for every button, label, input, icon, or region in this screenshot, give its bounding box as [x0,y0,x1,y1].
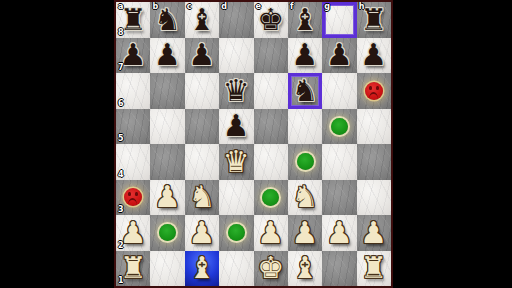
square-a8[interactable]: ♜a8 [116,2,150,38]
chess-board: ♜a8♞b♝cd♚e♝fg♜h♟7♟♟♟♟♟6♛♞5♟4♛3♟♞♞♟2♟♟♟♟♟… [114,0,393,288]
app-screen: ♜a8♞b♝cd♚e♝fg♜h♟7♟♟♟♟♟6♛♞5♟4♛3♟♞♞♟2♟♟♟♟♟… [0,0,512,288]
square-h2[interactable]: ♟ [357,215,391,251]
file-label-g: g [324,3,330,11]
square-e7[interactable] [254,38,288,74]
square-e8[interactable]: ♚e [254,2,288,38]
file-label-h: h [359,3,365,11]
square-a6[interactable]: 6 [116,73,150,109]
safe-move-dot-b2 [159,224,176,241]
square-h5[interactable] [357,109,391,145]
white-knight-c3: ♞ [188,182,215,212]
rank-label-7: 7 [118,64,124,72]
square-g5[interactable] [322,109,356,145]
square-f2[interactable]: ♟ [288,215,322,251]
square-a2[interactable]: ♟2 [116,215,150,251]
face-eye [128,192,131,196]
rank-label-6: 6 [118,100,124,108]
rank-label-8: 8 [118,29,124,37]
white-pawn-e2: ♟ [257,218,284,248]
square-c6[interactable] [185,73,219,109]
white-bishop-c1: ♝ [188,253,215,283]
square-h1[interactable]: ♜ [357,251,391,287]
square-h4[interactable] [357,144,391,180]
chess-board-grid: ♜a8♞b♝cd♚e♝fg♜h♟7♟♟♟♟♟6♛♞5♟4♛3♟♞♞♟2♟♟♟♟♟… [116,2,391,286]
square-c7[interactable]: ♟ [185,38,219,74]
face-eye [376,86,379,90]
file-label-a: a [118,3,123,11]
square-g1[interactable] [322,251,356,287]
square-g6[interactable] [322,73,356,109]
square-b4[interactable] [150,144,184,180]
black-pawn-d5: ♟ [223,111,250,141]
black-pawn-f7: ♟ [292,40,319,70]
square-a5[interactable]: 5 [116,109,150,145]
face-eye [369,86,372,90]
square-e3[interactable] [254,180,288,216]
square-c3[interactable]: ♞ [185,180,219,216]
letterbox-right [393,0,512,288]
safe-move-dot-d2 [228,224,245,241]
black-queen-d6: ♛ [223,76,250,106]
square-e2[interactable]: ♟ [254,215,288,251]
black-knight-b8: ♞ [154,5,181,35]
square-c5[interactable] [185,109,219,145]
square-c1[interactable]: ♝ [185,251,219,287]
square-d3[interactable] [219,180,253,216]
square-a1[interactable]: ♜1 [116,251,150,287]
square-b6[interactable] [150,73,184,109]
black-bishop-c8: ♝ [188,5,215,35]
square-a4[interactable]: 4 [116,144,150,180]
square-a7[interactable]: ♟7 [116,38,150,74]
square-f6[interactable]: ♞ [288,73,322,109]
unsafe-move-face-h6 [365,82,383,100]
black-pawn-c7: ♟ [188,40,215,70]
letterbox-left [0,0,114,288]
black-pawn-h7: ♟ [360,40,387,70]
file-label-e: e [256,3,261,11]
safe-move-dot-g5 [331,118,348,135]
rank-label-3: 3 [118,206,124,214]
square-e6[interactable] [254,73,288,109]
square-d5[interactable]: ♟ [219,109,253,145]
square-g7[interactable]: ♟ [322,38,356,74]
face-frown [128,198,137,205]
file-label-c: c [187,3,192,11]
white-pawn-g2: ♟ [326,218,353,248]
rank-label-2: 2 [118,242,124,250]
square-b8[interactable]: ♞b [150,2,184,38]
square-c8[interactable]: ♝c [185,2,219,38]
square-h6[interactable] [357,73,391,109]
face-eye [135,192,138,196]
black-knight-f6: ♞ [292,76,319,106]
white-knight-f3: ♞ [292,182,319,212]
white-pawn-b3: ♟ [154,182,181,212]
square-f5[interactable] [288,109,322,145]
square-h3[interactable] [357,180,391,216]
face-frown [369,92,378,99]
square-g3[interactable] [322,180,356,216]
file-label-b: b [152,3,158,11]
square-f4[interactable] [288,144,322,180]
square-f7[interactable]: ♟ [288,38,322,74]
black-pawn-g7: ♟ [326,40,353,70]
file-label-f: f [290,3,293,11]
white-rook-h1: ♜ [360,253,387,283]
safe-move-dot-f4 [297,153,314,170]
square-e5[interactable] [254,109,288,145]
square-g2[interactable]: ♟ [322,215,356,251]
square-f3[interactable]: ♞ [288,180,322,216]
white-pawn-f2: ♟ [292,218,319,248]
rank-label-5: 5 [118,135,124,143]
square-g8[interactable]: g [322,2,356,38]
square-d1[interactable] [219,251,253,287]
white-queen-d4: ♛ [223,147,250,177]
square-d8[interactable]: d [219,2,253,38]
square-d2[interactable] [219,215,253,251]
square-d6[interactable]: ♛ [219,73,253,109]
black-bishop-f8: ♝ [292,5,319,35]
square-b1[interactable] [150,251,184,287]
rank-label-4: 4 [118,171,124,179]
unsafe-move-face-a3 [124,188,142,206]
square-d7[interactable] [219,38,253,74]
file-label-d: d [221,3,227,11]
square-h8[interactable]: ♜h [357,2,391,38]
square-c4[interactable] [185,144,219,180]
square-c2[interactable]: ♟ [185,215,219,251]
square-b3[interactable]: ♟ [150,180,184,216]
square-d4[interactable]: ♛ [219,144,253,180]
square-b2[interactable] [150,215,184,251]
white-pawn-h2: ♟ [360,218,387,248]
rank-label-1: 1 [118,277,124,285]
white-king-e1: ♚ [257,253,284,283]
square-a3[interactable]: 3 [116,180,150,216]
white-pawn-c2: ♟ [188,218,215,248]
square-f1[interactable]: ♝ [288,251,322,287]
square-f8[interactable]: ♝f [288,2,322,38]
square-e4[interactable] [254,144,288,180]
black-pawn-b7: ♟ [154,40,181,70]
square-g4[interactable] [322,144,356,180]
square-e1[interactable]: ♚ [254,251,288,287]
black-king-e8: ♚ [257,5,284,35]
white-bishop-f1: ♝ [292,253,319,283]
safe-move-dot-e3 [262,189,279,206]
square-h7[interactable]: ♟ [357,38,391,74]
black-rook-h8: ♜ [360,5,387,35]
square-b7[interactable]: ♟ [150,38,184,74]
square-b5[interactable] [150,109,184,145]
